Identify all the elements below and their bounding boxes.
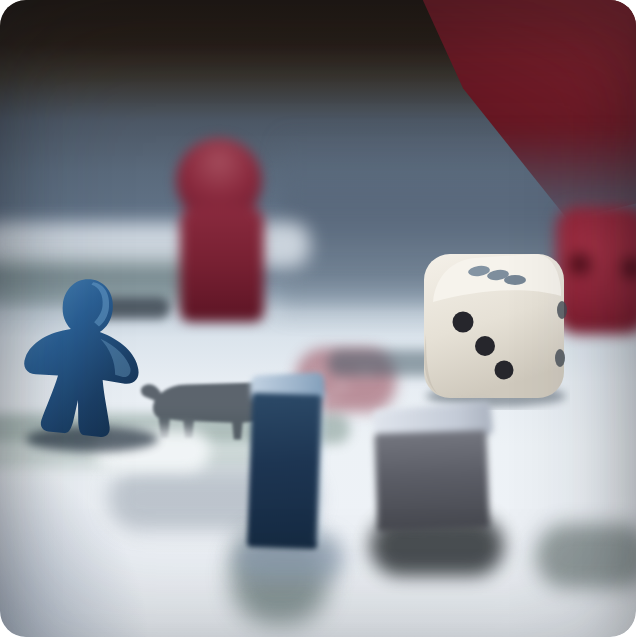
die-side-pip [557, 301, 567, 319]
red-die-pip [622, 258, 636, 278]
gray-cube [374, 406, 492, 530]
blue-meeple [7, 270, 156, 455]
die-front-pip [495, 361, 514, 380]
die-front-pip [475, 336, 495, 356]
red-pawn [168, 132, 272, 324]
corner-shadow [0, 430, 160, 637]
blue-block-body [247, 393, 322, 549]
die-top-pip [504, 275, 526, 285]
red-pawn-body [180, 206, 264, 322]
boardgame-photo [0, 0, 636, 637]
white-die [418, 244, 570, 410]
die-front-pip [453, 312, 474, 333]
red-die-pip [570, 254, 590, 274]
die-side-pip [555, 349, 565, 367]
blue-block [247, 373, 325, 549]
gray-cube-front [374, 430, 489, 532]
blurred-board-art [536, 524, 636, 588]
